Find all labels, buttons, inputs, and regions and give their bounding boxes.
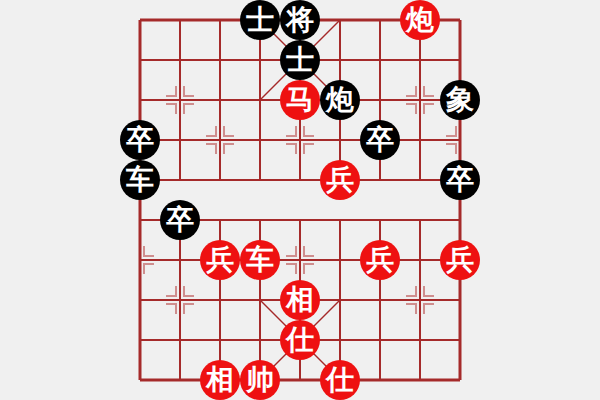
piece-red-general[interactable]: 帅 — [240, 360, 280, 400]
piece-black-chariot[interactable]: 车 — [120, 160, 160, 200]
piece-red-soldier[interactable]: 兵 — [360, 240, 400, 280]
piece-red-cannon[interactable]: 炮 — [400, 0, 440, 40]
piece-red-elephant[interactable]: 相 — [200, 360, 240, 400]
piece-red-chariot[interactable]: 车 — [240, 240, 280, 280]
piece-black-cannon[interactable]: 炮 — [320, 80, 360, 120]
piece-red-elephant[interactable]: 相 — [280, 280, 320, 320]
piece-red-soldier[interactable]: 兵 — [320, 160, 360, 200]
piece-red-advisor[interactable]: 仕 — [280, 320, 320, 360]
piece-red-soldier[interactable]: 兵 — [440, 240, 480, 280]
piece-black-general[interactable]: 将 — [280, 0, 320, 40]
piece-black-elephant[interactable]: 象 — [440, 80, 480, 120]
piece-black-soldier[interactable]: 卒 — [360, 120, 400, 160]
piece-red-soldier[interactable]: 兵 — [200, 240, 240, 280]
piece-black-soldier[interactable]: 卒 — [120, 120, 160, 160]
piece-black-soldier[interactable]: 卒 — [440, 160, 480, 200]
piece-red-advisor[interactable]: 仕 — [320, 360, 360, 400]
xiangqi-board-screen: 士将炮士马炮象卒卒车兵卒卒兵车兵兵相仕相帅仕 — [0, 0, 600, 400]
xiangqi-board[interactable]: 士将炮士马炮象卒卒车兵卒卒兵车兵兵相仕相帅仕 — [120, 0, 480, 400]
piece-black-advisor[interactable]: 士 — [280, 40, 320, 80]
piece-red-horse[interactable]: 马 — [280, 80, 320, 120]
piece-black-soldier[interactable]: 卒 — [160, 200, 200, 240]
piece-black-advisor[interactable]: 士 — [240, 0, 280, 40]
